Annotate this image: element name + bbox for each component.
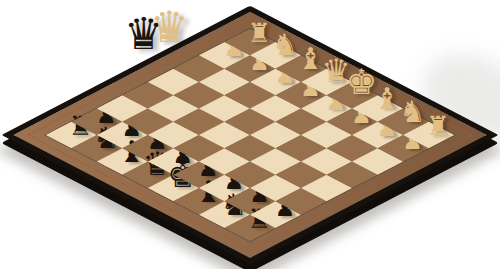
board-tilt-wrapper: ♜♟♟♜♞♟♟♞♝♟♟♝♛♟♟♛♚♟♟♚♝♟♟♝♞♟♟♞♜♟♟♜ [1, 5, 498, 263]
white-bishop[interactable]: ♝ [369, 83, 405, 112]
white-rook[interactable]: ♜ [420, 113, 456, 140]
white-knight[interactable]: ♞ [395, 97, 431, 126]
extra-white-queen-icon: ♛ [150, 6, 189, 49]
white-bishop[interactable]: ♝ [292, 44, 328, 73]
board-edge: ♜♟♟♜♞♟♟♞♝♟♟♝♛♟♟♛♚♟♟♚♝♟♟♝♞♟♟♞♜♟♟♜ [1, 5, 498, 263]
board-frame: ♜♟♟♜♞♟♟♞♝♟♟♝♛♟♟♛♚♟♟♚♝♟♟♝♞♟♟♞♜♟♟♜ [14, 12, 487, 258]
scene: ♜♟♟♜♞♟♟♞♝♟♟♝♛♟♟♛♚♟♟♚♝♟♟♝♞♟♟♞♜♟♟♜ ♛ ♛ [0, 0, 500, 269]
white-knight[interactable]: ♞ [267, 30, 303, 59]
white-queen[interactable]: ♛ [318, 54, 354, 86]
